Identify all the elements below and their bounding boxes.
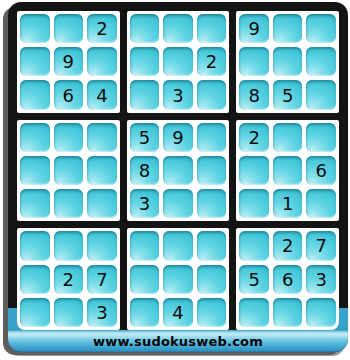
cell-r5c7[interactable] bbox=[239, 156, 269, 185]
cell-r7c7[interactable] bbox=[239, 231, 269, 260]
cell-r5c1[interactable] bbox=[20, 156, 50, 185]
cell-r2c5[interactable] bbox=[163, 47, 193, 76]
cell-r4c4[interactable]: 5 bbox=[130, 123, 160, 152]
cell-r7c2[interactable] bbox=[54, 231, 84, 260]
cell-r8c9[interactable]: 3 bbox=[306, 265, 336, 294]
cell-r9c6[interactable] bbox=[197, 298, 227, 327]
cell-r9c2[interactable] bbox=[54, 298, 84, 327]
cell-r4c5[interactable]: 9 bbox=[163, 123, 193, 152]
cell-r6c1[interactable] bbox=[20, 189, 50, 218]
cell-r4c9[interactable] bbox=[306, 123, 336, 152]
cell-r6c9[interactable] bbox=[306, 189, 336, 218]
cell-r8c4[interactable] bbox=[130, 265, 160, 294]
box-r2c3: 261 bbox=[236, 120, 339, 222]
cell-r2c2[interactable]: 9 bbox=[54, 47, 84, 76]
cell-r2c9[interactable] bbox=[306, 47, 336, 76]
cell-r2c3[interactable] bbox=[87, 47, 117, 76]
cell-r2c4[interactable] bbox=[130, 47, 160, 76]
cell-r9c9[interactable] bbox=[306, 298, 336, 327]
cell-r2c6[interactable]: 2 bbox=[197, 47, 227, 76]
cell-r6c4[interactable]: 3 bbox=[130, 189, 160, 218]
cell-r3c4[interactable] bbox=[130, 80, 160, 109]
cell-r1c6[interactable] bbox=[197, 14, 227, 43]
cell-r4c3[interactable] bbox=[87, 123, 117, 152]
cell-r5c4[interactable]: 8 bbox=[130, 156, 160, 185]
cell-r8c1[interactable] bbox=[20, 265, 50, 294]
box-r1c1: 2964 bbox=[17, 11, 120, 113]
cell-r5c2[interactable] bbox=[54, 156, 84, 185]
cell-r6c7[interactable] bbox=[239, 189, 269, 218]
cell-r8c6[interactable] bbox=[197, 265, 227, 294]
cell-r3c5[interactable]: 3 bbox=[163, 80, 193, 109]
cell-r9c7[interactable] bbox=[239, 298, 269, 327]
cell-r7c3[interactable] bbox=[87, 231, 117, 260]
cell-r3c8[interactable]: 5 bbox=[273, 80, 303, 109]
cell-r7c9[interactable]: 7 bbox=[306, 231, 336, 260]
website-link[interactable]: www.sudokusweb.com bbox=[8, 334, 348, 349]
cell-r8c8[interactable]: 6 bbox=[273, 265, 303, 294]
cell-r3c6[interactable] bbox=[197, 80, 227, 109]
cell-r2c8[interactable] bbox=[273, 47, 303, 76]
cell-r5c8[interactable] bbox=[273, 156, 303, 185]
cell-r4c7[interactable]: 2 bbox=[239, 123, 269, 152]
sudoku-board: www.sudokusweb.com 296423985598326127342… bbox=[8, 2, 348, 352]
cell-r5c9[interactable]: 6 bbox=[306, 156, 336, 185]
cell-r7c4[interactable] bbox=[130, 231, 160, 260]
cell-r3c9[interactable] bbox=[306, 80, 336, 109]
cell-r9c5[interactable]: 4 bbox=[163, 298, 193, 327]
cell-r9c1[interactable] bbox=[20, 298, 50, 327]
cell-r9c4[interactable] bbox=[130, 298, 160, 327]
cell-r3c1[interactable] bbox=[20, 80, 50, 109]
cell-r2c1[interactable] bbox=[20, 47, 50, 76]
cell-r3c2[interactable]: 6 bbox=[54, 80, 84, 109]
cell-r6c6[interactable] bbox=[197, 189, 227, 218]
cell-r1c4[interactable] bbox=[130, 14, 160, 43]
cell-r5c5[interactable] bbox=[163, 156, 193, 185]
cell-r6c3[interactable] bbox=[87, 189, 117, 218]
cell-r7c5[interactable] bbox=[163, 231, 193, 260]
box-r2c2: 5983 bbox=[127, 120, 230, 222]
cell-r7c1[interactable] bbox=[20, 231, 50, 260]
cell-r9c8[interactable] bbox=[273, 298, 303, 327]
cell-r1c5[interactable] bbox=[163, 14, 193, 43]
cell-r5c3[interactable] bbox=[87, 156, 117, 185]
cell-r4c1[interactable] bbox=[20, 123, 50, 152]
cell-r4c8[interactable] bbox=[273, 123, 303, 152]
cell-r6c8[interactable]: 1 bbox=[273, 189, 303, 218]
cell-r3c7[interactable]: 8 bbox=[239, 80, 269, 109]
box-r3c2: 4 bbox=[127, 228, 230, 330]
cell-r1c7[interactable]: 9 bbox=[239, 14, 269, 43]
cell-r4c2[interactable] bbox=[54, 123, 84, 152]
sudoku-grid: 2964239855983261273427563 bbox=[17, 11, 339, 330]
cell-r8c7[interactable]: 5 bbox=[239, 265, 269, 294]
cell-r6c2[interactable] bbox=[54, 189, 84, 218]
cell-r3c3[interactable]: 4 bbox=[87, 80, 117, 109]
box-r1c3: 985 bbox=[236, 11, 339, 113]
cell-r1c8[interactable] bbox=[273, 14, 303, 43]
box-r2c1 bbox=[17, 120, 120, 222]
cell-r4c6[interactable] bbox=[197, 123, 227, 152]
cell-r5c6[interactable] bbox=[197, 156, 227, 185]
cell-r7c8[interactable]: 2 bbox=[273, 231, 303, 260]
cell-r6c5[interactable] bbox=[163, 189, 193, 218]
cell-r1c9[interactable] bbox=[306, 14, 336, 43]
cell-r1c3[interactable]: 2 bbox=[87, 14, 117, 43]
box-r3c3: 27563 bbox=[236, 228, 339, 330]
cell-r8c2[interactable]: 2 bbox=[54, 265, 84, 294]
cell-r2c7[interactable] bbox=[239, 47, 269, 76]
cell-r1c2[interactable] bbox=[54, 14, 84, 43]
cell-r1c1[interactable] bbox=[20, 14, 50, 43]
cell-r7c6[interactable] bbox=[197, 231, 227, 260]
box-r1c2: 23 bbox=[127, 11, 230, 113]
box-r3c1: 273 bbox=[17, 228, 120, 330]
cell-r8c5[interactable] bbox=[163, 265, 193, 294]
cell-r9c3[interactable]: 3 bbox=[87, 298, 117, 327]
cell-r8c3[interactable]: 7 bbox=[87, 265, 117, 294]
